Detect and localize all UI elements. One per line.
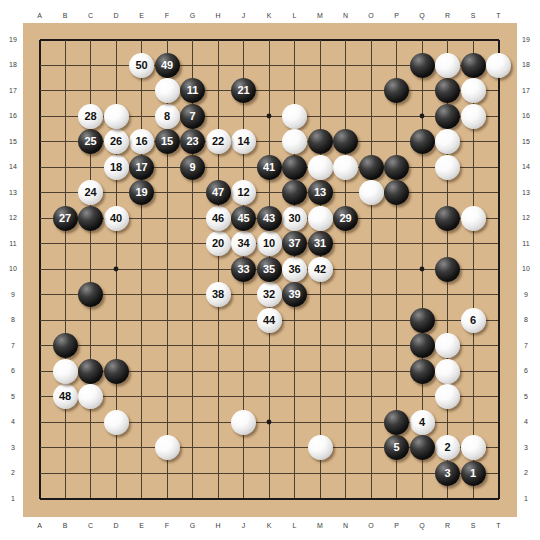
- move-number: 21: [237, 85, 249, 96]
- stone-black-S18[interactable]: [461, 53, 486, 78]
- stone-black-N15[interactable]: [333, 129, 358, 154]
- stone-black-J10[interactable]: 33: [231, 257, 256, 282]
- move-number: 7: [189, 111, 195, 122]
- stone-black-P13[interactable]: [384, 180, 409, 205]
- coordinate-label: 12: [5, 214, 21, 222]
- coordinate-label: A: [32, 522, 48, 530]
- stone-black-L9[interactable]: 39: [282, 282, 307, 307]
- stone-white-R5[interactable]: [435, 384, 460, 409]
- stone-white-R15[interactable]: [435, 129, 460, 154]
- stone-black-F15[interactable]: 15: [155, 129, 180, 154]
- stone-white-E15[interactable]: 16: [129, 129, 154, 154]
- move-number: 29: [339, 213, 351, 224]
- stone-black-Q8[interactable]: [410, 308, 435, 333]
- stone-black-R17[interactable]: [435, 78, 460, 103]
- coordinate-label: 16: [5, 112, 21, 120]
- stone-white-L15[interactable]: [282, 129, 307, 154]
- stone-white-T18[interactable]: [486, 53, 511, 78]
- move-number: 20: [212, 238, 224, 249]
- stone-white-B6[interactable]: [53, 359, 78, 384]
- stone-black-R10[interactable]: [435, 257, 460, 282]
- stone-white-S3[interactable]: [461, 435, 486, 460]
- coordinate-label: H: [210, 522, 226, 530]
- move-number: 45: [237, 213, 249, 224]
- move-number: 42: [314, 264, 326, 275]
- coordinate-label: G: [185, 12, 201, 20]
- coordinate-label: 8: [5, 316, 21, 324]
- move-number: 17: [135, 162, 147, 173]
- move-number: 27: [59, 213, 71, 224]
- stone-white-J4[interactable]: [231, 410, 256, 435]
- move-number: 35: [263, 264, 275, 275]
- move-number: 22: [212, 136, 224, 147]
- stone-white-K8[interactable]: 44: [257, 308, 282, 333]
- stone-white-H12[interactable]: 46: [206, 206, 231, 231]
- stone-black-C15[interactable]: 25: [78, 129, 103, 154]
- coordinate-label: F: [159, 522, 175, 530]
- stone-black-K14[interactable]: 41: [257, 155, 282, 180]
- coordinate-label: 8: [518, 316, 534, 324]
- coordinate-label: H: [210, 12, 226, 20]
- coordinate-label: E: [134, 12, 150, 20]
- stone-white-J15[interactable]: 14: [231, 129, 256, 154]
- stone-white-D15[interactable]: 26: [104, 129, 129, 154]
- stone-black-F18[interactable]: 49: [155, 53, 180, 78]
- move-number: 9: [189, 162, 195, 173]
- stone-white-L10[interactable]: 36: [282, 257, 307, 282]
- coordinate-label: 12: [518, 214, 534, 222]
- stone-black-R16[interactable]: [435, 104, 460, 129]
- stone-white-K9[interactable]: 32: [257, 282, 282, 307]
- move-number: 34: [237, 238, 249, 249]
- stone-white-L16[interactable]: [282, 104, 307, 129]
- move-number: 40: [110, 213, 122, 224]
- move-number: 30: [288, 213, 300, 224]
- coordinate-label: 19: [518, 36, 534, 44]
- coordinate-label: R: [440, 12, 456, 20]
- stone-white-B5[interactable]: 48: [53, 384, 78, 409]
- move-number: 4: [419, 417, 425, 428]
- move-number: 49: [161, 60, 173, 71]
- stone-black-Q3[interactable]: [410, 435, 435, 460]
- stone-black-B12[interactable]: 27: [53, 206, 78, 231]
- stone-white-C16[interactable]: 28: [78, 104, 103, 129]
- move-number: 18: [110, 162, 122, 173]
- coordinate-label: 10: [518, 265, 534, 273]
- coordinate-label: M: [312, 522, 328, 530]
- stone-white-R18[interactable]: [435, 53, 460, 78]
- coordinate-label: L: [287, 522, 303, 530]
- stone-white-H9[interactable]: 38: [206, 282, 231, 307]
- coordinate-label: P: [389, 12, 405, 20]
- coordinate-label: 14: [5, 163, 21, 171]
- coordinate-label: M: [312, 12, 328, 20]
- move-number: 43: [263, 213, 275, 224]
- stone-black-M15[interactable]: [308, 129, 333, 154]
- coordinate-label: K: [261, 522, 277, 530]
- stone-black-E14[interactable]: 17: [129, 155, 154, 180]
- move-number: 13: [314, 187, 326, 198]
- stone-black-G14[interactable]: 9: [180, 155, 205, 180]
- stone-black-E13[interactable]: 19: [129, 180, 154, 205]
- stone-black-Q7[interactable]: [410, 333, 435, 358]
- stone-white-M12[interactable]: [308, 206, 333, 231]
- coordinate-label: 5: [5, 393, 21, 401]
- stone-white-M14[interactable]: [308, 155, 333, 180]
- coordinate-label: R: [440, 522, 456, 530]
- coordinate-label: 11: [518, 240, 534, 248]
- coordinate-label: O: [363, 522, 379, 530]
- stone-white-H11[interactable]: 20: [206, 231, 231, 256]
- coordinate-label: 18: [518, 61, 534, 69]
- coordinate-label: S: [465, 12, 481, 20]
- coordinate-label: 4: [5, 418, 21, 426]
- coordinate-label: K: [261, 12, 277, 20]
- move-number: 10: [263, 238, 275, 249]
- coordinate-label: B: [57, 12, 73, 20]
- coordinate-label: Q: [414, 522, 430, 530]
- move-number: 16: [135, 136, 147, 147]
- stone-white-F17[interactable]: [155, 78, 180, 103]
- coordinate-label: D: [108, 12, 124, 20]
- stone-white-D12[interactable]: 40: [104, 206, 129, 231]
- stone-black-L14[interactable]: [282, 155, 307, 180]
- move-number: 39: [288, 289, 300, 300]
- coordinate-label: 2: [518, 469, 534, 477]
- coordinate-label: 14: [518, 163, 534, 171]
- move-number: 1: [470, 468, 476, 479]
- coordinate-label: 9: [518, 291, 534, 299]
- stone-black-Q6[interactable]: [410, 359, 435, 384]
- coordinate-label: 18: [5, 61, 21, 69]
- coordinate-label: 13: [5, 189, 21, 197]
- coordinate-label: Q: [414, 12, 430, 20]
- stone-black-K10[interactable]: 35: [257, 257, 282, 282]
- move-number: 6: [470, 315, 476, 326]
- move-number: 19: [135, 187, 147, 198]
- stone-black-G16[interactable]: 7: [180, 104, 205, 129]
- coordinate-label: 7: [5, 342, 21, 350]
- coordinate-label: 5: [518, 393, 534, 401]
- stone-black-C9[interactable]: [78, 282, 103, 307]
- stone-black-P3[interactable]: 5: [384, 435, 409, 460]
- coordinate-label: 16: [518, 112, 534, 120]
- coordinate-label: E: [134, 522, 150, 530]
- coordinate-label: 10: [5, 265, 21, 273]
- coordinate-label: A: [32, 12, 48, 20]
- stone-white-R14[interactable]: [435, 155, 460, 180]
- stone-white-S17[interactable]: [461, 78, 486, 103]
- move-number: 12: [237, 187, 249, 198]
- stone-black-G15[interactable]: 23: [180, 129, 205, 154]
- coordinate-label: N: [338, 522, 354, 530]
- stone-white-L12[interactable]: 30: [282, 206, 307, 231]
- coordinate-label: T: [491, 522, 507, 530]
- stone-white-E18[interactable]: 50: [129, 53, 154, 78]
- stone-white-J11[interactable]: 34: [231, 231, 256, 256]
- stone-white-S12[interactable]: [461, 206, 486, 231]
- stone-white-R6[interactable]: [435, 359, 460, 384]
- move-number: 28: [84, 111, 96, 122]
- stone-black-S2[interactable]: 1: [461, 461, 486, 486]
- stone-black-L13[interactable]: [282, 180, 307, 205]
- coordinate-label: D: [108, 522, 124, 530]
- go-board[interactable]: 1234567891011121314151617181920212223242…: [27, 27, 512, 512]
- coordinate-label: 7: [518, 342, 534, 350]
- coordinate-label: S: [465, 522, 481, 530]
- stone-white-F3[interactable]: [155, 435, 180, 460]
- move-number: 48: [59, 391, 71, 402]
- coordinate-label: L: [287, 12, 303, 20]
- stone-black-K12[interactable]: 43: [257, 206, 282, 231]
- coordinate-label: G: [185, 522, 201, 530]
- coordinate-label: 1: [518, 495, 534, 503]
- move-number: 2: [444, 442, 450, 453]
- stone-black-C12[interactable]: [78, 206, 103, 231]
- coordinate-label: 11: [5, 240, 21, 248]
- move-number: 24: [84, 187, 96, 198]
- move-number: 14: [237, 136, 249, 147]
- stone-white-J13[interactable]: 12: [231, 180, 256, 205]
- coordinate-label: 2: [5, 469, 21, 477]
- coordinate-label: 3: [5, 444, 21, 452]
- stone-black-R2[interactable]: 3: [435, 461, 460, 486]
- stone-black-B7[interactable]: [53, 333, 78, 358]
- move-number: 47: [212, 187, 224, 198]
- move-number: 33: [237, 264, 249, 275]
- stone-black-J17[interactable]: 21: [231, 78, 256, 103]
- stone-white-S8[interactable]: 6: [461, 308, 486, 333]
- stone-white-D14[interactable]: 18: [104, 155, 129, 180]
- stone-black-P4[interactable]: [384, 410, 409, 435]
- move-number: 36: [288, 264, 300, 275]
- stone-white-R7[interactable]: [435, 333, 460, 358]
- move-number: 38: [212, 289, 224, 300]
- coordinate-label: T: [491, 12, 507, 20]
- stone-white-D16[interactable]: [104, 104, 129, 129]
- stone-white-D4[interactable]: [104, 410, 129, 435]
- stone-white-H15[interactable]: 22: [206, 129, 231, 154]
- stone-white-C13[interactable]: 24: [78, 180, 103, 205]
- coordinate-label: O: [363, 12, 379, 20]
- coordinate-label: 15: [518, 138, 534, 146]
- stone-white-F16[interactable]: 8: [155, 104, 180, 129]
- coordinate-label: J: [236, 522, 252, 530]
- stone-white-O13[interactable]: [359, 180, 384, 205]
- stone-white-N14[interactable]: [333, 155, 358, 180]
- coordinate-label: 1: [5, 495, 21, 503]
- move-number: 15: [161, 136, 173, 147]
- coordinate-label: 15: [5, 138, 21, 146]
- coordinate-label: 9: [5, 291, 21, 299]
- coordinate-label: P: [389, 522, 405, 530]
- stone-white-K11[interactable]: 10: [257, 231, 282, 256]
- move-number: 50: [135, 60, 147, 71]
- go-diagram-page: ABCDEFGHJKLMNOPQRST ABCDEFGHJKLMNOPQRST …: [0, 0, 540, 540]
- move-number: 32: [263, 289, 275, 300]
- stone-white-Q4[interactable]: 4: [410, 410, 435, 435]
- coordinate-label: 6: [518, 367, 534, 375]
- move-number: 41: [263, 162, 275, 173]
- stone-black-N12[interactable]: 29: [333, 206, 358, 231]
- stone-black-O14[interactable]: [359, 155, 384, 180]
- move-number: 31: [314, 238, 326, 249]
- stone-white-R3[interactable]: 2: [435, 435, 460, 460]
- move-number: 23: [186, 136, 198, 147]
- coordinate-label: 4: [518, 418, 534, 426]
- coordinate-label: 19: [5, 36, 21, 44]
- stone-white-S16[interactable]: [461, 104, 486, 129]
- move-number: 11: [187, 85, 199, 96]
- move-number: 26: [110, 136, 122, 147]
- move-number: 8: [164, 111, 170, 122]
- coordinate-label: 17: [518, 87, 534, 95]
- stone-white-M10[interactable]: 42: [308, 257, 333, 282]
- coordinate-label: 3: [518, 444, 534, 452]
- coordinate-label: 13: [518, 189, 534, 197]
- coordinate-label: N: [338, 12, 354, 20]
- stone-black-J12[interactable]: 45: [231, 206, 256, 231]
- stone-black-Q18[interactable]: [410, 53, 435, 78]
- move-number: 37: [288, 238, 300, 249]
- move-number: 46: [212, 213, 224, 224]
- stone-black-Q15[interactable]: [410, 129, 435, 154]
- stone-black-M13[interactable]: 13: [308, 180, 333, 205]
- coordinate-label: 6: [5, 367, 21, 375]
- coordinate-label: C: [83, 12, 99, 20]
- stone-black-M11[interactable]: 31: [308, 231, 333, 256]
- stone-black-D6[interactable]: [104, 359, 129, 384]
- stone-black-P14[interactable]: [384, 155, 409, 180]
- stone-black-P17[interactable]: [384, 78, 409, 103]
- coordinate-label: C: [83, 522, 99, 530]
- stone-black-L11[interactable]: 37: [282, 231, 307, 256]
- stone-black-H13[interactable]: 47: [206, 180, 231, 205]
- coordinate-label: B: [57, 522, 73, 530]
- coordinate-label: F: [159, 12, 175, 20]
- stone-black-R12[interactable]: [435, 206, 460, 231]
- move-number: 3: [444, 468, 450, 479]
- coordinate-label: J: [236, 12, 252, 20]
- move-number: 5: [393, 442, 399, 453]
- stone-black-C6[interactable]: [78, 359, 103, 384]
- coordinate-label: 17: [5, 87, 21, 95]
- stone-black-G17[interactable]: 11: [180, 78, 205, 103]
- move-number: 25: [84, 136, 96, 147]
- stone-white-C5[interactable]: [78, 384, 103, 409]
- stone-white-M3[interactable]: [308, 435, 333, 460]
- move-number: 44: [263, 315, 275, 326]
